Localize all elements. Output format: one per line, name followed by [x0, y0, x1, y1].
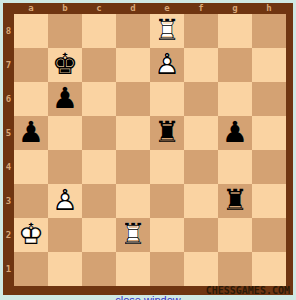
square-h5	[252, 116, 286, 150]
chess-board: ♜♖♚♟♙♟♟♜♟♟♙♜♚♔♜♖	[14, 14, 286, 286]
square-h1	[252, 252, 286, 286]
file-label-f: f	[184, 3, 218, 14]
rank-label-1: 1	[3, 252, 14, 286]
piece-outline-glyph: ♙	[150, 48, 184, 82]
square-d1	[116, 252, 150, 286]
square-g4	[218, 150, 252, 184]
square-d6	[116, 82, 150, 116]
square-h3	[252, 184, 286, 218]
black-pawn-b6: ♟	[48, 82, 82, 116]
square-c6	[82, 82, 116, 116]
square-a5: ♟	[14, 116, 48, 150]
white-rook-d2: ♜♖	[116, 218, 150, 252]
square-f6	[184, 82, 218, 116]
square-g6	[218, 82, 252, 116]
piece-glyph: ♜	[218, 184, 252, 218]
square-f3	[184, 184, 218, 218]
square-d8	[116, 14, 150, 48]
piece-glyph: ♚	[48, 48, 82, 82]
square-g7	[218, 48, 252, 82]
square-a1	[14, 252, 48, 286]
black-rook-e5: ♜	[150, 116, 184, 150]
square-b1	[48, 252, 82, 286]
file-label-d: d	[116, 3, 150, 14]
square-e1	[150, 252, 184, 286]
piece-glyph: ♟	[14, 116, 48, 150]
square-a7	[14, 48, 48, 82]
square-f1	[184, 252, 218, 286]
file-labels: abcdefgh	[14, 3, 286, 14]
square-h8	[252, 14, 286, 48]
square-h2	[252, 218, 286, 252]
square-e2	[150, 218, 184, 252]
rank-label-3: 3	[3, 184, 14, 218]
square-a6	[14, 82, 48, 116]
square-g5: ♟	[218, 116, 252, 150]
piece-glyph: ♟	[48, 82, 82, 116]
square-a2: ♚♔	[14, 218, 48, 252]
piece-glyph: ♜	[150, 116, 184, 150]
square-d7	[116, 48, 150, 82]
chess-diagram-page: abcdefgh 87654321 ♜♖♚♟♙♟♟♜♟♟♙♜♚♔♜♖ CHESS…	[0, 0, 296, 300]
rank-label-8: 8	[3, 14, 14, 48]
board-frame: abcdefgh 87654321 ♜♖♚♟♙♟♟♜♟♟♙♜♚♔♜♖ CHESS…	[3, 3, 293, 295]
square-b3: ♟♙	[48, 184, 82, 218]
square-d2: ♜♖	[116, 218, 150, 252]
square-e4	[150, 150, 184, 184]
rank-label-2: 2	[3, 218, 14, 252]
square-a3	[14, 184, 48, 218]
file-label-g: g	[218, 3, 252, 14]
piece-outline-glyph: ♖	[116, 218, 150, 252]
white-pawn-b3: ♟♙	[48, 184, 82, 218]
white-pawn-e7: ♟♙	[150, 48, 184, 82]
square-f2	[184, 218, 218, 252]
piece-outline-glyph: ♔	[14, 218, 48, 252]
rank-label-4: 4	[3, 150, 14, 184]
rank-label-6: 6	[3, 82, 14, 116]
square-b5	[48, 116, 82, 150]
file-label-a: a	[14, 3, 48, 14]
square-c3	[82, 184, 116, 218]
square-g1	[218, 252, 252, 286]
square-g2	[218, 218, 252, 252]
square-f5	[184, 116, 218, 150]
square-e8: ♜♖	[150, 14, 184, 48]
piece-outline-glyph: ♙	[48, 184, 82, 218]
square-b7: ♚	[48, 48, 82, 82]
square-c8	[82, 14, 116, 48]
square-c7	[82, 48, 116, 82]
square-c5	[82, 116, 116, 150]
black-rook-g3: ♜	[218, 184, 252, 218]
file-label-b: b	[48, 3, 82, 14]
square-d5	[116, 116, 150, 150]
file-label-h: h	[252, 3, 286, 14]
square-e5: ♜	[150, 116, 184, 150]
square-f8	[184, 14, 218, 48]
square-d4	[116, 150, 150, 184]
square-a4	[14, 150, 48, 184]
white-king-a2: ♚♔	[14, 218, 48, 252]
black-pawn-g5: ♟	[218, 116, 252, 150]
square-b6: ♟	[48, 82, 82, 116]
square-a8	[14, 14, 48, 48]
square-b4	[48, 150, 82, 184]
square-g3: ♜	[218, 184, 252, 218]
white-rook-e8: ♜♖	[150, 14, 184, 48]
square-c1	[82, 252, 116, 286]
square-f7	[184, 48, 218, 82]
square-h6	[252, 82, 286, 116]
square-h4	[252, 150, 286, 184]
square-c4	[82, 150, 116, 184]
square-b2	[48, 218, 82, 252]
rank-labels: 87654321	[3, 14, 14, 286]
square-e6	[150, 82, 184, 116]
black-pawn-a5: ♟	[14, 116, 48, 150]
square-b8	[48, 14, 82, 48]
piece-outline-glyph: ♖	[150, 14, 184, 48]
file-label-c: c	[82, 3, 116, 14]
square-e3	[150, 184, 184, 218]
black-king-b7: ♚	[48, 48, 82, 82]
square-f4	[184, 150, 218, 184]
square-d3	[116, 184, 150, 218]
square-e7: ♟♙	[150, 48, 184, 82]
square-c2	[82, 218, 116, 252]
rank-label-5: 5	[3, 116, 14, 150]
piece-glyph: ♟	[218, 116, 252, 150]
close-window-link[interactable]: close window	[0, 294, 296, 300]
square-h7	[252, 48, 286, 82]
square-g8	[218, 14, 252, 48]
rank-label-7: 7	[3, 48, 14, 82]
